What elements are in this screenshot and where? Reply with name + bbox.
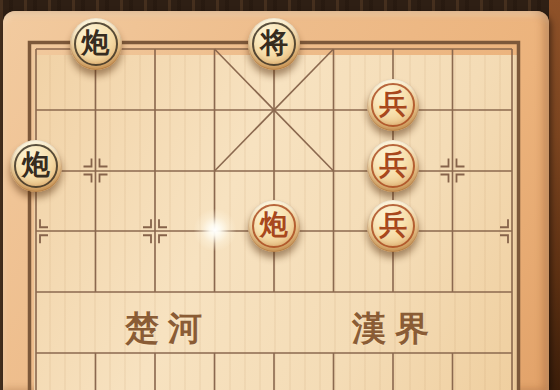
piece-ring — [74, 22, 118, 66]
piece-red-cannon[interactable]: 炮 — [248, 200, 300, 252]
piece-black-cannon[interactable]: 炮 — [10, 140, 62, 192]
piece-red-soldier[interactable]: 兵 — [367, 140, 419, 192]
piece-ring — [371, 144, 415, 188]
piece-ring — [252, 204, 296, 248]
piece-ring — [371, 204, 415, 248]
pieces-layer: 炮将炮兵兵兵炮 — [36, 49, 560, 390]
piece-red-soldier[interactable]: 兵 — [367, 79, 419, 131]
piece-ring — [252, 22, 296, 66]
piece-ring — [371, 83, 415, 127]
piece-ring — [14, 144, 58, 188]
piece-red-soldier[interactable]: 兵 — [367, 200, 419, 252]
piece-black-cannon[interactable]: 炮 — [70, 18, 122, 70]
xiangqi-game-screen: 楚河 漢界 炮将炮兵兵兵炮 — [0, 0, 560, 390]
piece-black-general[interactable]: 将 — [248, 18, 300, 70]
